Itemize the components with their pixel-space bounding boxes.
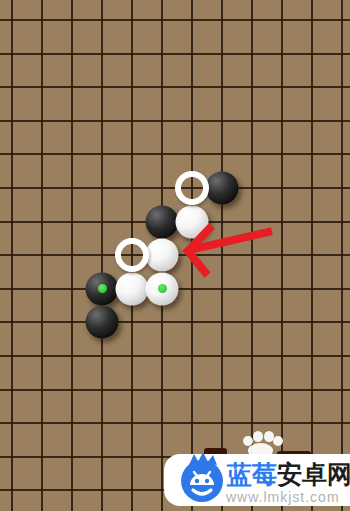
white-stone[interactable] — [176, 205, 209, 238]
black-stone[interactable] — [86, 306, 119, 339]
blueberry-android-logo-icon — [175, 451, 231, 509]
white-stone[interactable] — [146, 272, 179, 305]
grid-line-horizontal — [0, 389, 350, 391]
grid-line-horizontal — [0, 19, 350, 21]
white-stone[interactable] — [116, 272, 149, 305]
grid-line-horizontal — [0, 153, 350, 155]
black-stone[interactable] — [146, 205, 179, 238]
last-move-green-dot — [98, 284, 107, 293]
white-ring-marker — [175, 171, 209, 205]
grid-line-horizontal — [0, 422, 350, 424]
grid-line-horizontal — [0, 120, 350, 122]
grid-line-horizontal — [0, 321, 350, 323]
gomoku-app-screen: 蓝莓安卓网 www.lmkjst.com — [0, 0, 350, 511]
watermark-url: www.lmkjst.com — [226, 489, 348, 505]
grid-line-horizontal — [0, 53, 350, 55]
red-arrow-shaft — [194, 232, 268, 249]
watermark-site-name-dark: 安卓网 — [277, 460, 350, 488]
watermark-site-name: 蓝莓安卓网 — [227, 459, 350, 489]
white-ring-marker — [115, 238, 149, 272]
grid-line-horizontal — [0, 86, 350, 88]
black-stone[interactable] — [206, 172, 239, 205]
black-stone[interactable] — [86, 272, 119, 305]
grid-line-horizontal — [0, 355, 350, 357]
watermark-site-name-blue: 蓝莓 — [227, 460, 277, 488]
white-stone[interactable] — [146, 239, 179, 272]
last-move-green-dot — [158, 284, 167, 293]
